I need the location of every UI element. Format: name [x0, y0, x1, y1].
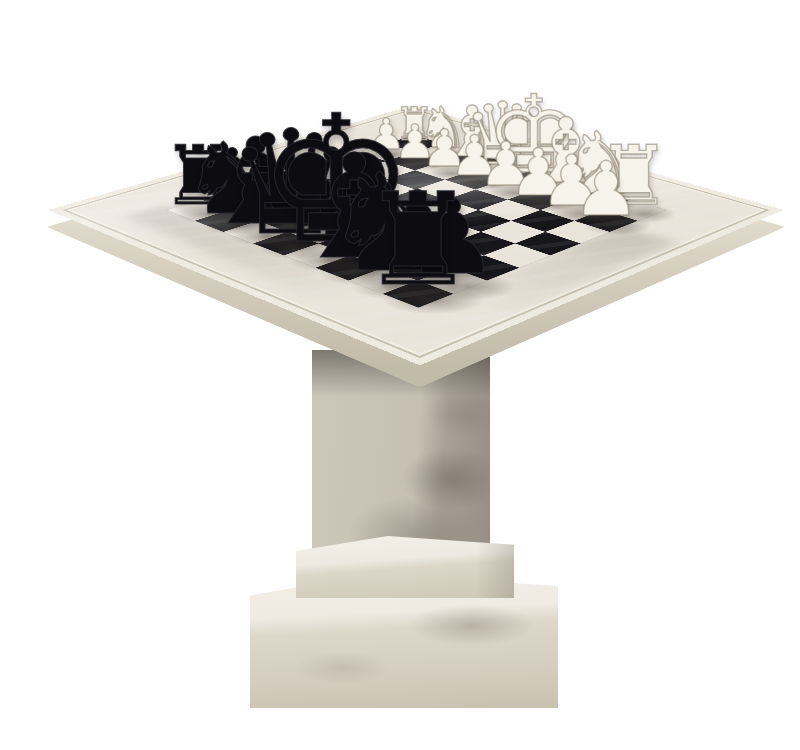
chess-board [167, 135, 665, 307]
table-scene [0, 0, 800, 750]
tabletop [48, 105, 783, 365]
product-photo: ♜♞♝♛♚♝♞♜♟♟♟♟♟♟♟♟♟♟♟♟♟♟♟♟♜♞♝♛♚♝♞♜ [0, 0, 800, 750]
